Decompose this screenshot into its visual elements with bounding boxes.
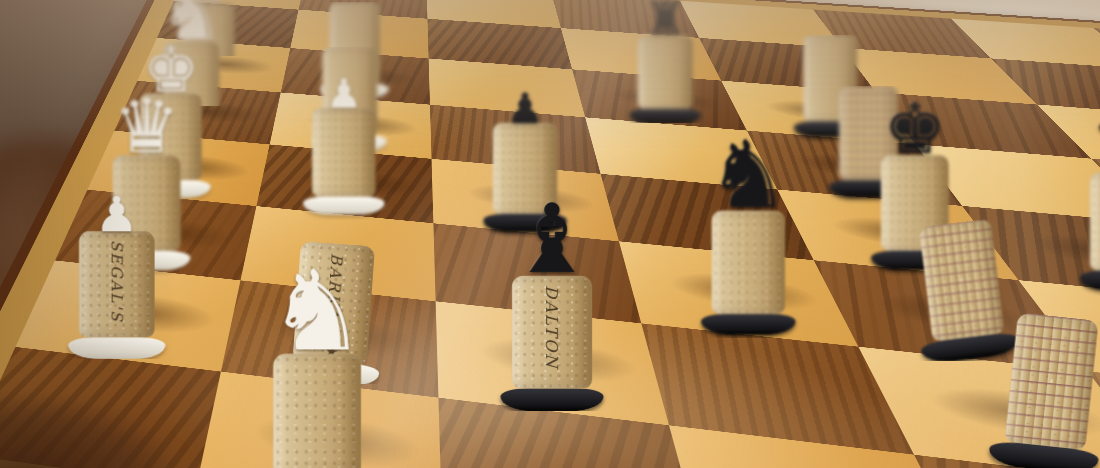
printed-base [1080,271,1100,291]
wine-cork-body [1004,312,1098,450]
printed-base [500,388,603,411]
black-pawn-topper-icon: ♟ [506,91,543,128]
printed-base [68,337,165,359]
white-knight-b1[interactable]: ♞ [243,368,395,468]
photo-stage: ♟SEGAL'SBARKAN ★♞♛♚♞♜♟♝DALTON♞♟♜♚♛♟ [0,0,1100,468]
printed-base [303,197,384,215]
black-queen-topper-icon: ♛ [1091,110,1100,177]
white-knight-topper-icon: ♞ [267,262,367,360]
black-knight-topper-icon: ♞ [707,134,790,216]
black-rook-topper-icon: ♜ [644,0,685,39]
printed-base [701,314,796,335]
black-king-topper-icon: ♚ [884,99,946,160]
board-corner-shadow [0,396,180,468]
